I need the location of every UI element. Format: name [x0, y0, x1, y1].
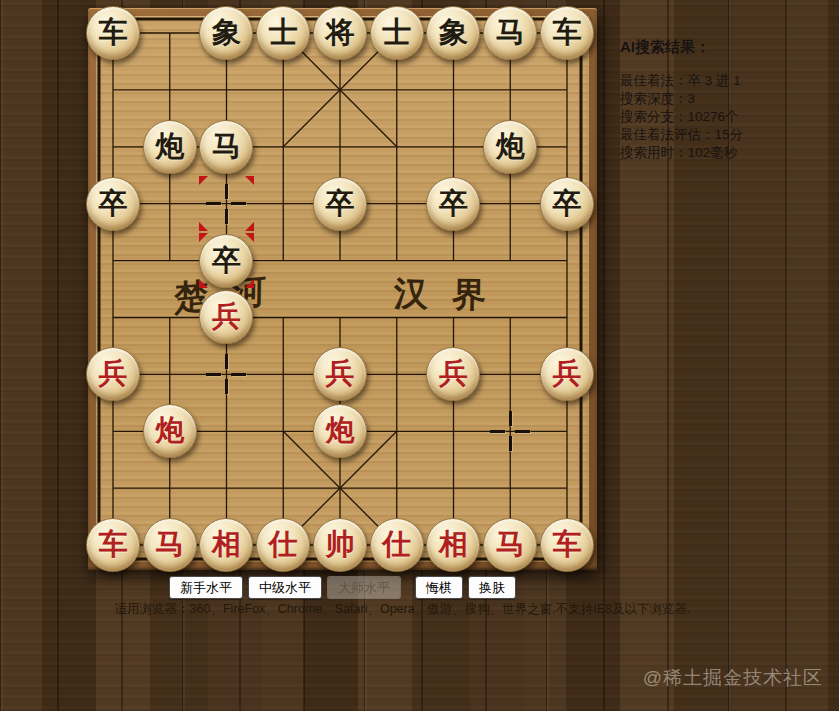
piece-black[interactable]: 炮 [483, 120, 537, 174]
piece-black[interactable]: 士 [256, 6, 310, 60]
piece-black[interactable]: 炮 [143, 120, 197, 174]
intermediate-level-button[interactable]: 中级水平 [248, 576, 322, 599]
app-background: 楚河 汉界 车象士将士象马车炮马炮卒卒卒卒卒兵兵兵兵兵炮炮车马相仕帅仕相马车 A… [0, 0, 839, 711]
ai-search-depth: 搜索深度：3 [620, 90, 835, 108]
piece-red[interactable]: 马 [483, 518, 537, 572]
ai-panel-title: AI搜索结果： [620, 38, 835, 57]
piece-black[interactable]: 车 [86, 6, 140, 60]
piece-red[interactable]: 兵 [313, 347, 367, 401]
piece-red[interactable]: 相 [199, 518, 253, 572]
ai-move-evaluation: 最佳着法评估：15分 [620, 126, 835, 144]
beginner-level-button[interactable]: 新手水平 [169, 576, 243, 599]
piece-black[interactable]: 将 [313, 6, 367, 60]
xiangqi-board: 楚河 汉界 车象士将士象马车炮马炮卒卒卒卒卒兵兵兵兵兵炮炮车马相仕帅仕相马车 [88, 8, 597, 570]
piece-black[interactable]: 马 [199, 120, 253, 174]
piece-red[interactable]: 仕 [256, 518, 310, 572]
piece-red[interactable]: 帅 [313, 518, 367, 572]
piece-red[interactable]: 车 [540, 518, 594, 572]
piece-red[interactable]: 炮 [143, 404, 197, 458]
piece-black[interactable]: 卒 [313, 177, 367, 231]
piece-red[interactable]: 仕 [370, 518, 424, 572]
piece-black[interactable]: 象 [199, 6, 253, 60]
toolbar: 新手水平 中级水平 大师水平 悔棋 换肤 [88, 576, 597, 599]
piece-black[interactable]: 卒 [86, 177, 140, 231]
piece-black[interactable]: 象 [426, 6, 480, 60]
ai-search-result-panel: AI搜索结果： 最佳着法：卒 3 进 1 搜索深度：3 搜索分支：10276个 … [620, 38, 835, 162]
ai-best-move: 最佳着法：卒 3 进 1 [620, 72, 835, 90]
change-skin-button[interactable]: 换肤 [468, 576, 516, 599]
community-watermark: @稀土掘金技术社区 [643, 665, 823, 691]
ai-search-branches: 搜索分支：10276个 [620, 108, 835, 126]
piece-red[interactable]: 炮 [313, 404, 367, 458]
browser-support-note: 适用浏览器：360、FireFox、Chrome、Safari、Opera、傲游… [90, 601, 715, 618]
piece-black[interactable]: 士 [370, 6, 424, 60]
undo-move-button[interactable]: 悔棋 [415, 576, 463, 599]
piece-red[interactable]: 马 [143, 518, 197, 572]
piece-black[interactable]: 车 [540, 6, 594, 60]
piece-red[interactable]: 兵 [86, 347, 140, 401]
piece-red[interactable]: 兵 [199, 290, 253, 344]
piece-red[interactable]: 相 [426, 518, 480, 572]
piece-red[interactable]: 兵 [426, 347, 480, 401]
pieces-layer: 车象士将士象马车炮马炮卒卒卒卒卒兵兵兵兵兵炮炮车马相仕帅仕相马车 [85, 5, 596, 574]
piece-red[interactable]: 兵 [540, 347, 594, 401]
ai-search-time: 搜索用时：102毫秒 [620, 144, 835, 162]
piece-black[interactable]: 卒 [199, 234, 253, 288]
master-level-button: 大师水平 [327, 576, 401, 599]
piece-black[interactable]: 卒 [540, 177, 594, 231]
piece-red[interactable]: 车 [86, 518, 140, 572]
piece-black[interactable]: 卒 [426, 177, 480, 231]
piece-black[interactable]: 马 [483, 6, 537, 60]
